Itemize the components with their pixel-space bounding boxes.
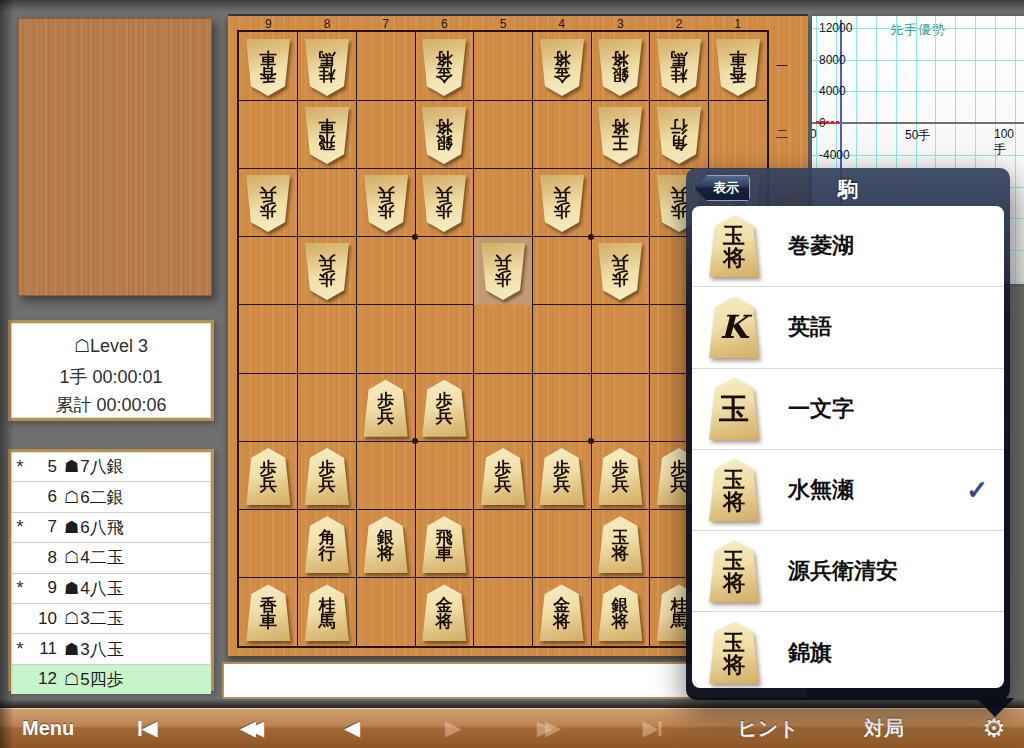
move-row-7[interactable]: *7☗6八飛 [11,513,211,543]
book-move-star: * [11,577,29,599]
piece-歩兵-37[interactable]: 歩兵 [597,448,643,505]
step-forward-icon[interactable]: ▶ [445,708,461,748]
piece-歩兵-63[interactable]: 歩兵 [421,175,467,232]
file-label: 9 [258,17,278,31]
piece-歩兵-73[interactable]: 歩兵 [363,175,409,232]
move-row-9[interactable]: *9☗4八玉 [11,574,211,604]
piece-style-list[interactable]: 玉将巻菱湖K英語玉一文字玉将水無瀬✓玉将源兵衛清安玉将錦旗 [692,206,1004,688]
move-number: 9 [29,578,57,598]
x-tick: 0 [812,127,817,141]
piece-銀将-39[interactable]: 銀将 [597,584,643,641]
piece-style-label: 英語 [788,312,832,342]
book-move-star: * [11,638,29,660]
piece-歩兵-84[interactable]: 歩兵 [304,243,350,300]
piece-桂馬-89[interactable]: 桂馬 [304,584,350,641]
piece-歩兵-76[interactable]: 歩兵 [363,380,409,437]
piece-style-option-源兵衛清安[interactable]: 玉将源兵衛清安 [692,531,1004,612]
move-row-10[interactable]: 10☖3二玉 [11,604,211,634]
piece-style-icon: 玉将 [708,622,760,684]
side-symbol: ☖ [64,487,79,508]
piece-歩兵-57[interactable]: 歩兵 [480,448,526,505]
piece-style-icon: 玉将 [708,215,760,277]
file-label: 4 [552,17,572,31]
piece-style-label: 一文字 [788,394,854,424]
piece-歩兵-97[interactable]: 歩兵 [245,448,291,505]
move-row-6[interactable]: 6☖6二銀 [11,482,211,512]
piece-金将-49[interactable]: 金将 [539,584,585,641]
graph-title: 先手優勢 [890,21,946,39]
check-icon: ✓ [966,475,988,506]
move-time: 1手 00:00:01 [11,365,211,389]
piece-歩兵-54[interactable]: 歩兵 [480,243,526,300]
piece-style-label: 源兵衛清安 [788,556,898,586]
piece-香車-91[interactable]: 香車 [245,39,291,96]
side-symbol: ☗ [64,578,79,599]
piece-飛車-68[interactable]: 飛車 [421,516,467,573]
piece-style-label: 錦旗 [788,638,832,668]
rewind-icon[interactable]: ◀◀ [240,708,264,748]
move-text: 4二玉 [80,546,123,569]
move-number: 11 [29,639,57,659]
piece-銀将-62[interactable]: 銀将 [421,107,467,164]
skip-to-end-icon[interactable]: ▶ [642,708,661,748]
piece-金将-41[interactable]: 金将 [539,39,585,96]
side-symbol: ☖ [64,547,79,568]
piece-style-icon: 玉 [708,378,760,440]
move-number: 8 [29,548,57,568]
rank-label: 二 [775,126,789,143]
piece-歩兵-34[interactable]: 歩兵 [597,243,643,300]
side-symbol: ☗ [64,517,79,538]
piece-玉将-38[interactable]: 玉将 [597,516,643,573]
move-list[interactable]: *5☗7八銀6☖6二銀*7☗6八飛8☖4二玉*9☗4八玉10☖3二玉*11☗3八… [8,449,214,691]
step-back-icon[interactable]: ◀ [344,708,360,748]
file-label: 2 [669,17,689,31]
piece-歩兵-87[interactable]: 歩兵 [304,448,350,505]
rank-label: 一 [775,58,789,75]
piece-style-icon: 玉将 [708,459,760,521]
hint-button[interactable]: ヒント [737,708,798,748]
popover-header: 表示 駒 [692,174,1004,204]
piece-香車-99[interactable]: 香車 [245,584,291,641]
piece-歩兵-93[interactable]: 歩兵 [245,175,291,232]
piece-style-icon: K [708,296,760,358]
move-row-8[interactable]: 8☖4二玉 [11,543,211,573]
move-row-5[interactable]: *5☗7八銀 [11,452,211,482]
move-number: 6 [29,487,57,507]
piece-style-option-錦旗[interactable]: 玉将錦旗 [692,612,1004,688]
y-tick: 4000 [819,84,846,98]
piece-style-option-水無瀬[interactable]: 玉将水無瀬✓ [692,450,1004,531]
status-panel: ☖Level 3 1手 00:00:01 累計 00:00:06 [8,320,214,421]
piece-銀将-31[interactable]: 銀将 [597,39,643,96]
piece-style-option-一文字[interactable]: 玉一文字 [692,369,1004,450]
star-point [412,438,418,444]
piece-銀将-78[interactable]: 銀将 [363,516,409,573]
piece-style-label: 水無瀬 [788,475,854,505]
x-tick: 50手 [905,127,930,144]
toolbar: Menu ◀ ◀◀ ◀ ▶ ▶▶ ▶ ヒント 対局 ⚙ [0,708,1024,748]
file-label: 3 [610,17,630,31]
move-number: 7 [29,517,57,537]
y-tick: 0 [819,116,826,130]
piece-金将-61[interactable]: 金将 [421,39,467,96]
skip-to-start-icon[interactable]: ◀ [138,708,157,748]
move-row-11[interactable]: *11☗3八玉 [11,634,211,664]
star-point [588,234,594,240]
file-label: 7 [376,17,396,31]
move-row-12[interactable]: 12☖5四歩 [11,665,211,694]
fast-forward-icon[interactable]: ▶▶ [537,708,561,748]
piece-香車-11[interactable]: 香車 [715,39,761,96]
file-label: 1 [728,17,748,31]
gote-symbol: ☖ [74,336,90,356]
popover-arrow [976,698,1014,717]
y-tick: 12000 [819,21,852,35]
move-number: 10 [29,609,57,629]
move-text: 6八飛 [80,516,123,539]
piece-style-label: 巻菱湖 [788,231,854,261]
x-tick: 100手 [994,127,1024,158]
piece-style-option-英語[interactable]: K英語 [692,287,1004,368]
piece-桂馬-81[interactable]: 桂馬 [304,39,350,96]
move-text: 4八玉 [80,577,123,600]
move-text: 6二銀 [80,486,123,509]
piece-歩兵-66[interactable]: 歩兵 [421,380,467,437]
piece-飛車-82[interactable]: 飛車 [304,107,350,164]
move-text: 5四歩 [80,668,123,691]
move-number: 5 [29,457,57,477]
piece-歩兵-47[interactable]: 歩兵 [539,448,585,505]
file-label: 6 [434,17,454,31]
piece-style-popover: 表示 駒 玉将巻菱湖K英語玉一文字玉将水無瀬✓玉将源兵衛清安玉将錦旗 [686,168,1010,700]
piece-角行-22[interactable]: 角行 [656,107,702,164]
book-move-star: * [11,456,29,478]
piece-歩兵-43[interactable]: 歩兵 [539,175,585,232]
side-symbol: ☖ [64,669,79,690]
play-button[interactable]: 対局 [864,708,904,748]
y-tick: 8000 [819,53,846,67]
piece-style-option-巻菱湖[interactable]: 玉将巻菱湖 [692,206,1004,287]
piece-style-icon: 玉将 [708,540,760,602]
move-text: 3八玉 [80,638,123,661]
piece-王将-32[interactable]: 王将 [597,107,643,164]
move-text: 3二玉 [80,607,123,630]
toolbar-shadow [0,699,1024,708]
popover-title: 駒 [692,176,1004,203]
side-symbol: ☖ [64,608,79,629]
piece-金将-69[interactable]: 金将 [421,584,467,641]
menu-button[interactable]: Menu [22,708,74,748]
total-time: 累計 00:00:06 [11,393,211,417]
book-move-star: * [11,516,29,538]
piece-角行-88[interactable]: 角行 [304,516,350,573]
level-label: ☖Level 3 [11,335,211,357]
y-tick: -4000 [819,148,850,162]
side-symbol: ☗ [64,639,79,660]
star-point [412,234,418,240]
file-label: 8 [317,17,337,31]
side-symbol: ☗ [64,456,79,477]
star-point [588,438,594,444]
move-text: 7八銀 [80,455,123,478]
file-label: 5 [493,17,513,31]
move-number: 12 [29,669,57,689]
captured-pieces-tray [18,18,212,296]
piece-桂馬-21[interactable]: 桂馬 [656,39,702,96]
